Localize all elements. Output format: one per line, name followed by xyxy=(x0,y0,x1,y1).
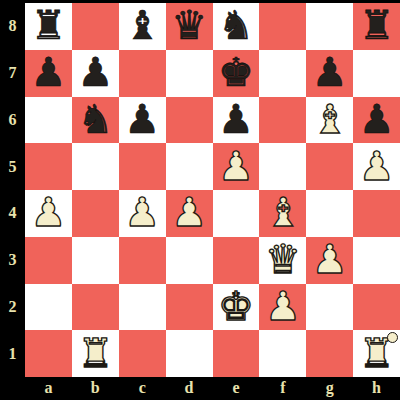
square-f5[interactable] xyxy=(259,143,306,190)
square-c8[interactable]: ♝ xyxy=(119,3,166,50)
file-label-f: f xyxy=(259,377,306,400)
white-king: ♚ xyxy=(218,286,254,326)
square-d4[interactable]: ♟ xyxy=(166,190,213,237)
square-g6[interactable]: ♝ xyxy=(306,97,353,144)
square-h2[interactable] xyxy=(353,284,400,331)
white-pawn: ♟ xyxy=(218,146,254,186)
black-knight: ♞ xyxy=(77,99,113,139)
square-e5[interactable]: ♟ xyxy=(213,143,260,190)
square-b4[interactable] xyxy=(72,190,119,237)
square-h5[interactable]: ♟ xyxy=(353,143,400,190)
square-h7[interactable] xyxy=(353,50,400,97)
file-label-d: d xyxy=(166,377,213,400)
file-label-b: b xyxy=(72,377,119,400)
square-b8[interactable] xyxy=(72,3,119,50)
square-g7[interactable]: ♟ xyxy=(306,50,353,97)
white-rook: ♜ xyxy=(77,333,113,373)
black-pawn: ♟ xyxy=(218,99,254,139)
white-queen: ♛ xyxy=(265,239,301,279)
black-pawn: ♟ xyxy=(359,99,395,139)
square-a7[interactable]: ♟ xyxy=(25,50,72,97)
square-h6[interactable]: ♟ xyxy=(353,97,400,144)
black-pawn: ♟ xyxy=(31,52,67,92)
square-e7[interactable]: ♚ xyxy=(213,50,260,97)
square-h1[interactable]: ♜ xyxy=(353,330,400,377)
black-pawn: ♟ xyxy=(77,52,113,92)
square-f8[interactable] xyxy=(259,3,306,50)
square-a8[interactable]: ♜ xyxy=(25,3,72,50)
square-b1[interactable]: ♜ xyxy=(72,330,119,377)
square-g4[interactable] xyxy=(306,190,353,237)
square-e8[interactable]: ♞ xyxy=(213,3,260,50)
black-rook: ♜ xyxy=(31,5,67,45)
square-b5[interactable] xyxy=(72,143,119,190)
square-d6[interactable] xyxy=(166,97,213,144)
white-pawn: ♟ xyxy=(359,146,395,186)
black-pawn: ♟ xyxy=(312,52,348,92)
square-e1[interactable] xyxy=(213,330,260,377)
square-h3[interactable] xyxy=(353,237,400,284)
rank-label-5: 5 xyxy=(0,143,25,190)
square-g8[interactable] xyxy=(306,3,353,50)
square-f4[interactable]: ♝ xyxy=(259,190,306,237)
file-labels: a b c d e f g h xyxy=(25,377,400,400)
square-g5[interactable] xyxy=(306,143,353,190)
square-e2[interactable]: ♚ xyxy=(213,284,260,331)
square-a4[interactable]: ♟ xyxy=(25,190,72,237)
rank-label-8: 8 xyxy=(0,3,25,50)
rank-label-4: 4 xyxy=(0,190,25,237)
square-e4[interactable] xyxy=(213,190,260,237)
white-pawn: ♟ xyxy=(312,239,348,279)
square-d3[interactable] xyxy=(166,237,213,284)
square-b7[interactable]: ♟ xyxy=(72,50,119,97)
file-label-e: e xyxy=(213,377,260,400)
rank-label-6: 6 xyxy=(0,97,25,144)
black-queen: ♛ xyxy=(171,5,207,45)
rank-label-7: 7 xyxy=(0,50,25,97)
square-f3[interactable]: ♛ xyxy=(259,237,306,284)
square-c5[interactable] xyxy=(119,143,166,190)
white-bishop: ♝ xyxy=(265,192,301,232)
chess-diagram: 8 7 6 5 4 3 2 1 ♜♝♛♞♜♟♟♚♟♞♟♟♝♟♟♟♟♟♟♝♛♟♚♟… xyxy=(0,0,400,400)
rank-label-2: 2 xyxy=(0,284,25,331)
white-pawn: ♟ xyxy=(265,286,301,326)
chess-board: ♜♝♛♞♜♟♟♚♟♞♟♟♝♟♟♟♟♟♟♝♛♟♚♟♜♜ xyxy=(25,3,400,377)
square-d8[interactable]: ♛ xyxy=(166,3,213,50)
square-d2[interactable] xyxy=(166,284,213,331)
square-c6[interactable]: ♟ xyxy=(119,97,166,144)
highlight-circle-marker xyxy=(387,332,398,343)
square-b2[interactable] xyxy=(72,284,119,331)
square-h4[interactable] xyxy=(353,190,400,237)
square-g2[interactable] xyxy=(306,284,353,331)
file-label-a: a xyxy=(25,377,72,400)
square-c4[interactable]: ♟ xyxy=(119,190,166,237)
rank-labels: 8 7 6 5 4 3 2 1 xyxy=(0,3,25,377)
file-label-c: c xyxy=(119,377,166,400)
square-h8[interactable]: ♜ xyxy=(353,3,400,50)
black-rook: ♜ xyxy=(359,5,395,45)
square-f1[interactable] xyxy=(259,330,306,377)
square-d7[interactable] xyxy=(166,50,213,97)
square-a6[interactable] xyxy=(25,97,72,144)
square-g3[interactable]: ♟ xyxy=(306,237,353,284)
white-pawn: ♟ xyxy=(124,192,160,232)
square-f7[interactable] xyxy=(259,50,306,97)
black-pawn: ♟ xyxy=(124,99,160,139)
square-a2[interactable] xyxy=(25,284,72,331)
square-a5[interactable] xyxy=(25,143,72,190)
black-king: ♚ xyxy=(218,52,254,92)
file-label-g: g xyxy=(306,377,353,400)
square-b3[interactable] xyxy=(72,237,119,284)
square-g1[interactable] xyxy=(306,330,353,377)
square-d1[interactable] xyxy=(166,330,213,377)
square-a3[interactable] xyxy=(25,237,72,284)
white-pawn: ♟ xyxy=(31,192,67,232)
square-f6[interactable] xyxy=(259,97,306,144)
square-e6[interactable]: ♟ xyxy=(213,97,260,144)
black-bishop: ♝ xyxy=(124,5,160,45)
square-c2[interactable] xyxy=(119,284,166,331)
rank-label-3: 3 xyxy=(0,237,25,284)
white-pawn: ♟ xyxy=(171,192,207,232)
square-d5[interactable] xyxy=(166,143,213,190)
square-e3[interactable] xyxy=(213,237,260,284)
square-b6[interactable]: ♞ xyxy=(72,97,119,144)
file-label-h: h xyxy=(353,377,400,400)
square-a1[interactable] xyxy=(25,330,72,377)
square-c1[interactable] xyxy=(119,330,166,377)
square-f2[interactable]: ♟ xyxy=(259,284,306,331)
square-c3[interactable] xyxy=(119,237,166,284)
square-c7[interactable] xyxy=(119,50,166,97)
black-knight: ♞ xyxy=(218,5,254,45)
rank-label-1: 1 xyxy=(0,330,25,377)
white-bishop: ♝ xyxy=(312,99,348,139)
